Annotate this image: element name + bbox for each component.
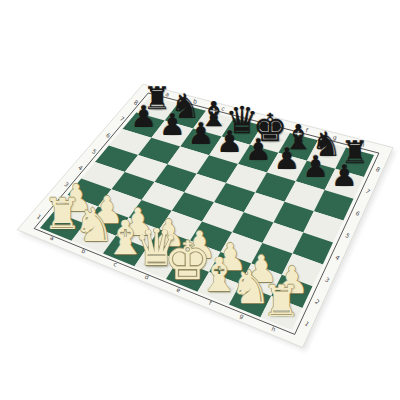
piece-black-pawn-e7[interactable]: ♟ [245, 135, 272, 165]
piece-black-pawn-b7[interactable]: ♟ [159, 110, 186, 140]
piece-black-pawn-f7[interactable]: ♟ [274, 144, 301, 174]
chess-set-photo: aabbccddeeffgghh1122334455667788 ♜♞♝♛♚♝♞… [0, 0, 400, 400]
piece-black-pawn-c7[interactable]: ♟ [188, 118, 215, 148]
piece-black-pawn-d7[interactable]: ♟ [216, 127, 243, 157]
piece-black-pawn-a7[interactable]: ♟ [130, 102, 157, 132]
piece-black-pawn-g7[interactable]: ♟ [302, 152, 329, 182]
pieces-layer: ♜♞♝♛♚♝♞♜♟♟♟♟♟♟♟♟♟♟♟♟♟♟♟♟♜♞♝♛♚♝♞♜ [0, 0, 400, 400]
piece-black-pawn-h7[interactable]: ♟ [331, 160, 358, 190]
piece-white-rook-h1[interactable]: ♜ [262, 279, 300, 322]
